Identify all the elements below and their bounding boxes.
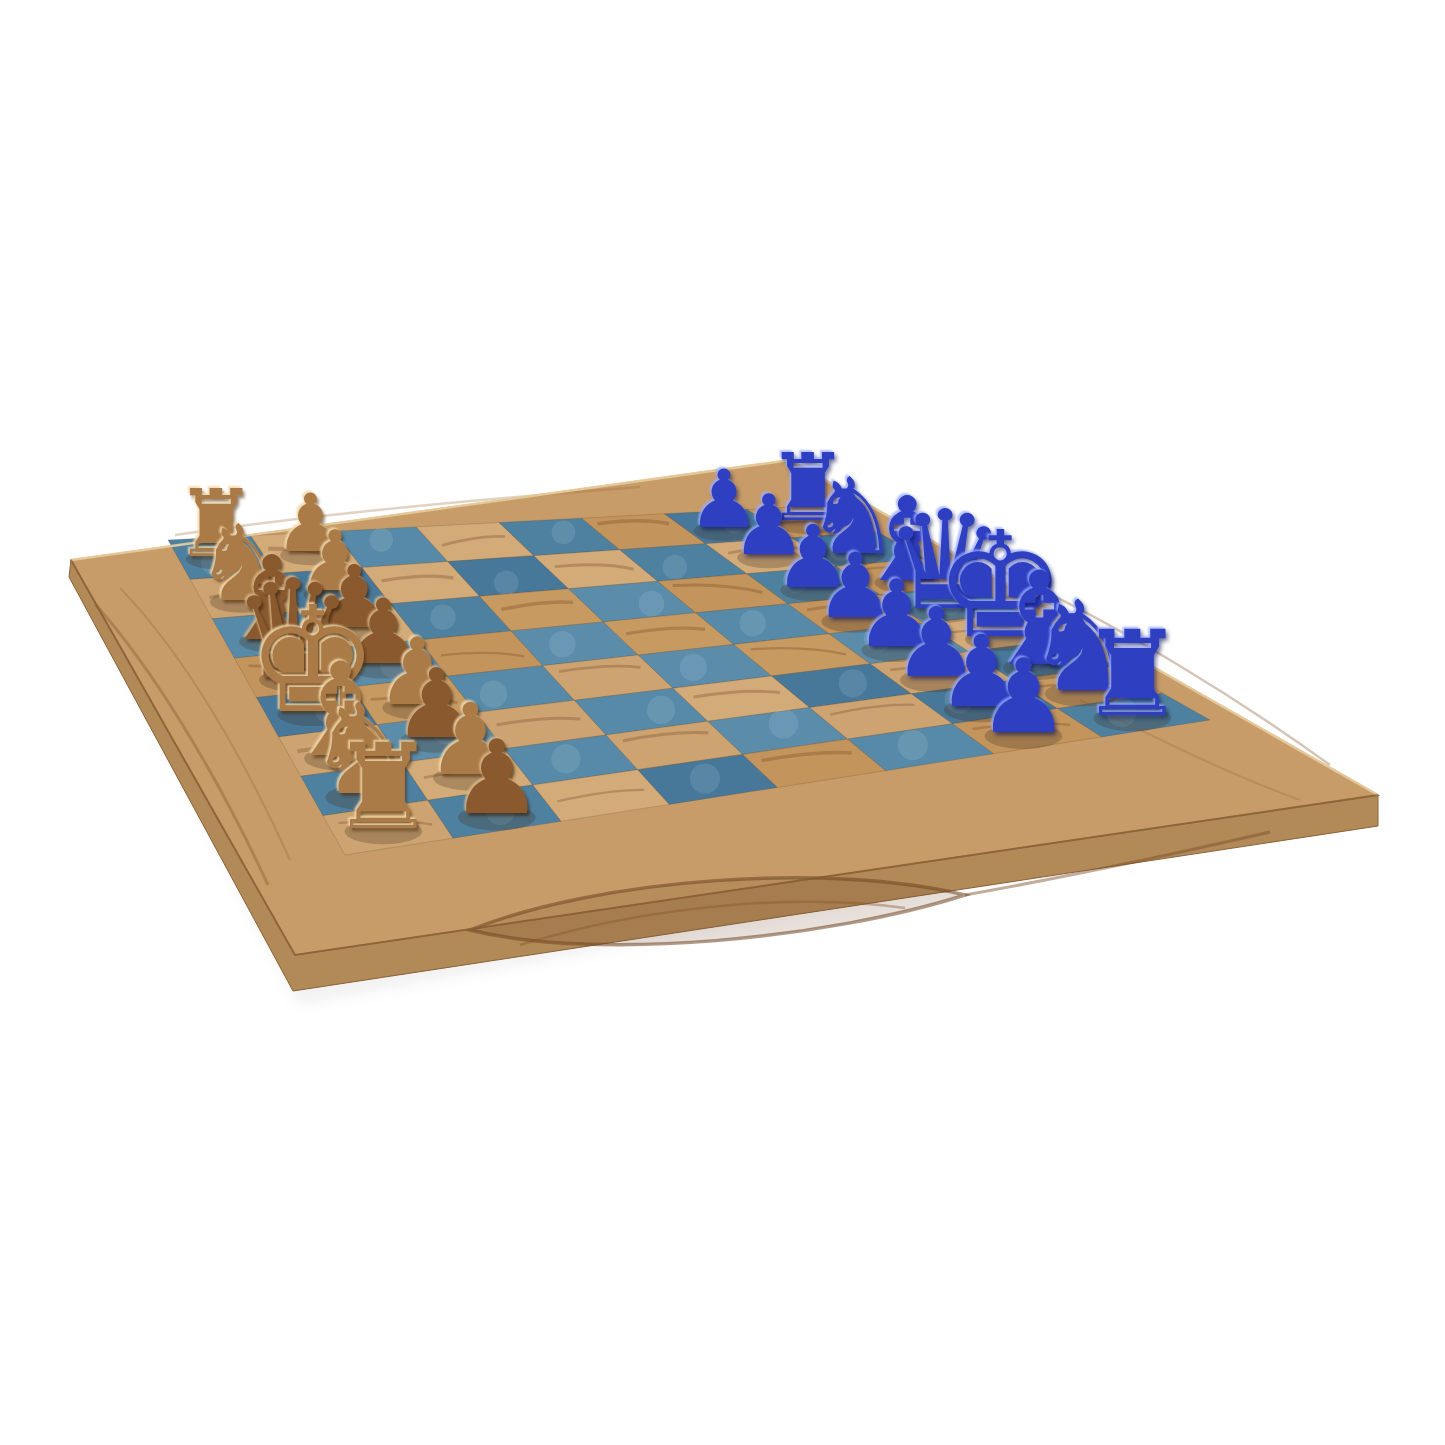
piece-white-rook-h1[interactable]: ♜ — [312, 728, 454, 847]
pieces-layer: ♜♟♟♞♟♜♝♟♟♞♛♟♟♚♝♟♝♟♟♛♞♟♟♚♜♟♟♝♟♞♟♜ — [0, 0, 1445, 1445]
chessboard-photo: ♜♟♟♞♟♜♝♟♟♞♛♟♟♚♝♟♝♟♟♛♞♟♟♚♜♟♟♝♟♞♟♜ — [0, 0, 1445, 1445]
piece-black-pawn-h7[interactable]: ♟ — [962, 646, 1085, 748]
